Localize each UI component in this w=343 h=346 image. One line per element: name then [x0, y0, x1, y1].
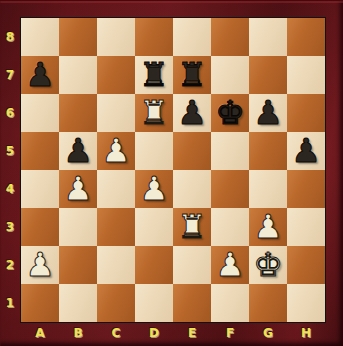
- square-d7[interactable]: ♜: [135, 56, 173, 94]
- rank-label-7: 7: [0, 56, 20, 94]
- black-pawn: ♟: [59, 132, 97, 170]
- square-d4[interactable]: ♟: [135, 170, 173, 208]
- white-pawn: ♟: [211, 246, 249, 284]
- rank-label-3: 3: [0, 208, 20, 246]
- rank-label-8: 8: [0, 18, 20, 56]
- file-label-b: B: [59, 322, 97, 343]
- square-f7[interactable]: [211, 56, 249, 94]
- white-pawn: ♟: [135, 170, 173, 208]
- square-h6[interactable]: [287, 94, 325, 132]
- black-pawn: ♟: [287, 132, 325, 170]
- square-h1[interactable]: [287, 284, 325, 322]
- white-pawn: ♟: [97, 132, 135, 170]
- white-rook: ♜: [173, 208, 211, 246]
- square-d2[interactable]: [135, 246, 173, 284]
- square-b3[interactable]: [59, 208, 97, 246]
- file-label-e: E: [173, 322, 211, 343]
- square-b5[interactable]: ♟: [59, 132, 97, 170]
- white-pawn: ♟: [21, 246, 59, 284]
- square-h8[interactable]: [287, 18, 325, 56]
- square-f2[interactable]: ♟: [211, 246, 249, 284]
- black-pawn: ♟: [173, 94, 211, 132]
- square-h7[interactable]: [287, 56, 325, 94]
- square-f1[interactable]: [211, 284, 249, 322]
- square-a5[interactable]: [21, 132, 59, 170]
- square-g6[interactable]: ♟: [249, 94, 287, 132]
- square-e5[interactable]: [173, 132, 211, 170]
- square-c2[interactable]: [97, 246, 135, 284]
- square-g8[interactable]: [249, 18, 287, 56]
- square-b1[interactable]: [59, 284, 97, 322]
- white-rook: ♜: [135, 94, 173, 132]
- square-b7[interactable]: [59, 56, 97, 94]
- square-g3[interactable]: ♟: [249, 208, 287, 246]
- white-pawn: ♟: [59, 170, 97, 208]
- square-e8[interactable]: [173, 18, 211, 56]
- square-a3[interactable]: [21, 208, 59, 246]
- square-d1[interactable]: [135, 284, 173, 322]
- file-label-h: H: [287, 322, 325, 343]
- square-f4[interactable]: [211, 170, 249, 208]
- file-label-c: C: [97, 322, 135, 343]
- rank-label-4: 4: [0, 170, 20, 208]
- square-f6[interactable]: ♚: [211, 94, 249, 132]
- rank-label-5: 5: [0, 132, 20, 170]
- file-label-g: G: [249, 322, 287, 343]
- square-f8[interactable]: [211, 18, 249, 56]
- square-a2[interactable]: ♟: [21, 246, 59, 284]
- square-c1[interactable]: [97, 284, 135, 322]
- square-a6[interactable]: [21, 94, 59, 132]
- square-d3[interactable]: [135, 208, 173, 246]
- square-e1[interactable]: [173, 284, 211, 322]
- square-c4[interactable]: [97, 170, 135, 208]
- square-h3[interactable]: [287, 208, 325, 246]
- square-d6[interactable]: ♜: [135, 94, 173, 132]
- square-f5[interactable]: [211, 132, 249, 170]
- square-g2[interactable]: ♚: [249, 246, 287, 284]
- square-h2[interactable]: [287, 246, 325, 284]
- square-c7[interactable]: [97, 56, 135, 94]
- black-king: ♚: [211, 94, 249, 132]
- square-c5[interactable]: ♟: [97, 132, 135, 170]
- square-h4[interactable]: [287, 170, 325, 208]
- square-e3[interactable]: ♜: [173, 208, 211, 246]
- black-rook: ♜: [135, 56, 173, 94]
- square-b6[interactable]: [59, 94, 97, 132]
- file-label-d: D: [135, 322, 173, 343]
- square-g5[interactable]: [249, 132, 287, 170]
- file-label-f: F: [211, 322, 249, 343]
- square-g4[interactable]: [249, 170, 287, 208]
- white-pawn: ♟: [249, 208, 287, 246]
- rank-label-1: 1: [0, 284, 20, 322]
- square-a4[interactable]: [21, 170, 59, 208]
- square-e6[interactable]: ♟: [173, 94, 211, 132]
- black-rook: ♜: [173, 56, 211, 94]
- square-b4[interactable]: ♟: [59, 170, 97, 208]
- square-h5[interactable]: ♟: [287, 132, 325, 170]
- square-a8[interactable]: [21, 18, 59, 56]
- black-pawn: ♟: [249, 94, 287, 132]
- square-e4[interactable]: [173, 170, 211, 208]
- square-c3[interactable]: [97, 208, 135, 246]
- square-d5[interactable]: [135, 132, 173, 170]
- square-c8[interactable]: [97, 18, 135, 56]
- square-e2[interactable]: [173, 246, 211, 284]
- file-labels: ABCDEFGH: [21, 322, 325, 343]
- square-c6[interactable]: [97, 94, 135, 132]
- white-king: ♚: [249, 246, 287, 284]
- square-e7[interactable]: ♜: [173, 56, 211, 94]
- rank-label-2: 2: [0, 246, 20, 284]
- file-label-a: A: [21, 322, 59, 343]
- square-f3[interactable]: [211, 208, 249, 246]
- rank-labels: 87654321: [0, 18, 20, 322]
- square-b8[interactable]: [59, 18, 97, 56]
- square-g1[interactable]: [249, 284, 287, 322]
- square-d8[interactable]: [135, 18, 173, 56]
- square-b2[interactable]: [59, 246, 97, 284]
- chess-board: ♟♜♜♜♟♚♟♟♟♟♟♟♜♟♟♟♚: [20, 17, 326, 323]
- chess-board-frame: 87654321 ♟♜♜♜♟♚♟♟♟♟♟♟♜♟♟♟♚ ABCDEFGH: [0, 0, 343, 346]
- rank-label-6: 6: [0, 94, 20, 132]
- black-pawn: ♟: [21, 56, 59, 94]
- square-g7[interactable]: [249, 56, 287, 94]
- square-a7[interactable]: ♟: [21, 56, 59, 94]
- square-a1[interactable]: [21, 284, 59, 322]
